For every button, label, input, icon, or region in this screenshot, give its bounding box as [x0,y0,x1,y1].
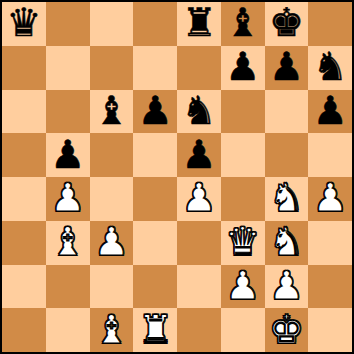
white-knight-g4[interactable]: ♞ [269,178,304,217]
square-c4[interactable] [90,177,134,221]
white-queen-f3[interactable]: ♛ [225,222,260,261]
black-pawn-e5[interactable]: ♟ [181,135,216,174]
square-g1[interactable]: ♚ [265,308,309,352]
black-rook-e8[interactable]: ♜ [181,3,216,42]
square-e3[interactable] [177,221,221,265]
square-f6[interactable] [221,90,265,134]
square-a6[interactable] [2,90,46,134]
square-b3[interactable]: ♝ [46,221,90,265]
black-king-g8[interactable]: ♚ [269,3,304,42]
square-g2[interactable]: ♟ [265,265,309,309]
white-rook-d1[interactable]: ♜ [138,310,173,349]
square-h1[interactable] [308,308,352,352]
square-e8[interactable]: ♜ [177,2,221,46]
square-b8[interactable] [46,2,90,46]
square-b7[interactable] [46,46,90,90]
square-a4[interactable] [2,177,46,221]
square-d6[interactable]: ♟ [133,90,177,134]
square-a2[interactable] [2,265,46,309]
square-f8[interactable]: ♝ [221,2,265,46]
white-bishop-c1[interactable]: ♝ [94,310,129,349]
white-bishop-b3[interactable]: ♝ [50,222,85,261]
square-h5[interactable] [308,133,352,177]
square-e1[interactable] [177,308,221,352]
square-d4[interactable] [133,177,177,221]
white-pawn-c3[interactable]: ♟ [94,222,129,261]
square-g7[interactable]: ♟ [265,46,309,90]
black-knight-e6[interactable]: ♞ [181,91,216,130]
black-pawn-b5[interactable]: ♟ [50,135,85,174]
square-g4[interactable]: ♞ [265,177,309,221]
black-knight-h7[interactable]: ♞ [313,47,348,86]
square-e4[interactable]: ♟ [177,177,221,221]
square-e2[interactable] [177,265,221,309]
square-d7[interactable] [133,46,177,90]
white-pawn-f2[interactable]: ♟ [225,266,260,305]
square-a3[interactable] [2,221,46,265]
square-c8[interactable] [90,2,134,46]
square-c3[interactable]: ♟ [90,221,134,265]
square-e7[interactable] [177,46,221,90]
square-d5[interactable] [133,133,177,177]
square-c6[interactable]: ♝ [90,90,134,134]
square-b2[interactable] [46,265,90,309]
square-a5[interactable] [2,133,46,177]
square-c2[interactable] [90,265,134,309]
chessboard-frame: ♛♜♝♚♟♟♞♝♟♞♟♟♟♟♟♞♟♝♟♛♞♟♟♝♜♚ [0,0,354,354]
square-e6[interactable]: ♞ [177,90,221,134]
black-queen-a8[interactable]: ♛ [6,3,41,42]
black-pawn-g7[interactable]: ♟ [269,47,304,86]
white-king-g1[interactable]: ♚ [269,310,304,349]
white-pawn-h4[interactable]: ♟ [313,178,348,217]
square-h2[interactable] [308,265,352,309]
square-g5[interactable] [265,133,309,177]
white-pawn-b4[interactable]: ♟ [50,178,85,217]
chessboard: ♛♜♝♚♟♟♞♝♟♞♟♟♟♟♟♞♟♝♟♛♞♟♟♝♜♚ [2,2,352,352]
square-d2[interactable] [133,265,177,309]
square-f5[interactable] [221,133,265,177]
square-h4[interactable]: ♟ [308,177,352,221]
square-h3[interactable] [308,221,352,265]
square-a7[interactable] [2,46,46,90]
white-pawn-e4[interactable]: ♟ [181,178,216,217]
black-pawn-f7[interactable]: ♟ [225,47,260,86]
white-knight-g3[interactable]: ♞ [269,222,304,261]
square-b5[interactable]: ♟ [46,133,90,177]
square-b6[interactable] [46,90,90,134]
square-h7[interactable]: ♞ [308,46,352,90]
square-g6[interactable] [265,90,309,134]
square-f1[interactable] [221,308,265,352]
black-bishop-f8[interactable]: ♝ [225,3,260,42]
square-f2[interactable]: ♟ [221,265,265,309]
square-h6[interactable]: ♟ [308,90,352,134]
white-pawn-g2[interactable]: ♟ [269,266,304,305]
square-c1[interactable]: ♝ [90,308,134,352]
square-c5[interactable] [90,133,134,177]
square-f3[interactable]: ♛ [221,221,265,265]
square-b1[interactable] [46,308,90,352]
square-d1[interactable]: ♜ [133,308,177,352]
square-d8[interactable] [133,2,177,46]
black-pawn-h6[interactable]: ♟ [313,91,348,130]
black-pawn-d6[interactable]: ♟ [138,91,173,130]
square-c7[interactable] [90,46,134,90]
square-e5[interactable]: ♟ [177,133,221,177]
square-a1[interactable] [2,308,46,352]
square-f4[interactable] [221,177,265,221]
black-bishop-c6[interactable]: ♝ [94,91,129,130]
square-g3[interactable]: ♞ [265,221,309,265]
square-h8[interactable] [308,2,352,46]
square-b4[interactable]: ♟ [46,177,90,221]
square-g8[interactable]: ♚ [265,2,309,46]
square-a8[interactable]: ♛ [2,2,46,46]
square-f7[interactable]: ♟ [221,46,265,90]
square-d3[interactable] [133,221,177,265]
